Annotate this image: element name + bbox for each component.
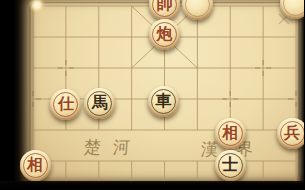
piece-hidden-piece-i0[interactable]	[280, 0, 305, 19]
piece-character: 馬	[92, 95, 108, 111]
piece-red-soldier[interactable]: 兵	[277, 118, 305, 149]
piece-red-elephant-a5[interactable]: 相	[20, 150, 51, 181]
piece-character: 炮	[157, 26, 173, 42]
piece-ring	[185, 0, 210, 17]
piece-black-horse[interactable]: 馬	[84, 88, 115, 119]
piece-hidden-piece-f0[interactable]	[182, 0, 213, 20]
piece-red-advisor[interactable]: 仕	[50, 89, 81, 120]
piece-character: 仕	[58, 96, 74, 112]
xiangqi-app-screenshot: 楚河 漢界 帥炮仕馬車相兵相士	[0, 0, 304, 190]
piece-character: 士	[222, 157, 238, 173]
piece-black-chariot[interactable]: 車	[148, 86, 179, 117]
piece-character: 相	[222, 125, 238, 141]
bottom-letterbox-bar	[0, 181, 304, 190]
piece-red-cannon[interactable]: 炮	[149, 19, 180, 50]
piece-black-advisor[interactable]: 士	[215, 150, 246, 181]
piece-character: 車	[156, 93, 172, 109]
piece-red-general[interactable]: 帥	[149, 0, 180, 20]
piece-red-elephant-g4[interactable]: 相	[215, 118, 246, 149]
piece-ring	[283, 0, 305, 16]
pieces-layer: 帥炮仕馬車相兵相士	[0, 0, 304, 190]
piece-character: 兵	[284, 125, 300, 141]
piece-character: 帥	[157, 0, 173, 12]
piece-character: 相	[27, 157, 43, 173]
